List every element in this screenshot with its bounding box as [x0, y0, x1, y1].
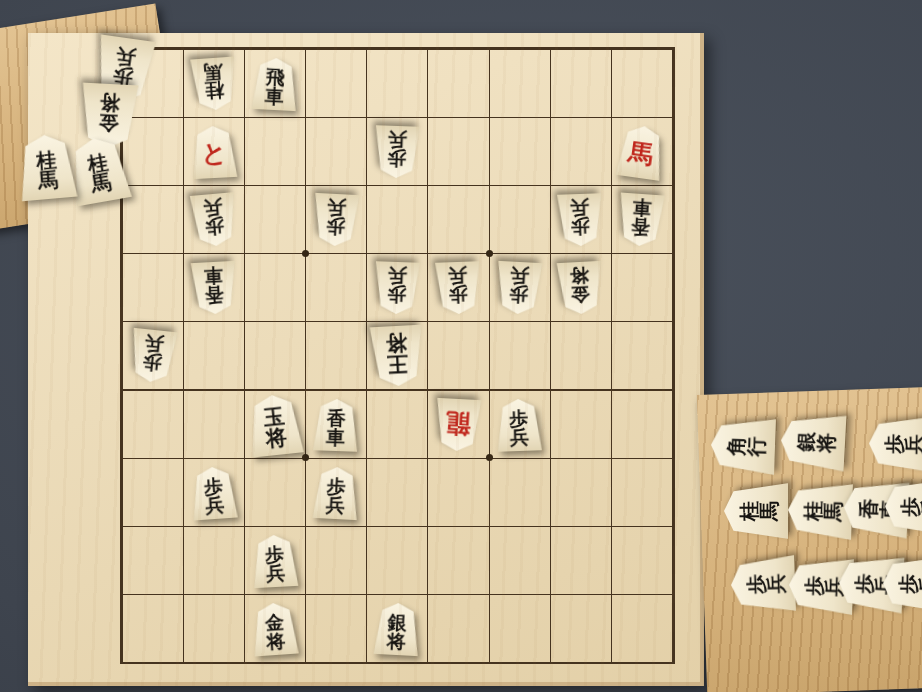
- kanji-glyph: 歩: [448, 286, 468, 306]
- kanji-glyph: 馬: [90, 171, 113, 194]
- piece-knight-captured[interactable]: 桂馬: [15, 133, 78, 202]
- kanji-glyph: 歩: [883, 434, 903, 454]
- kanji-glyph: 将: [265, 631, 285, 651]
- piece-pawn-captured[interactable]: 歩兵: [868, 414, 922, 473]
- kanji-glyph: 将: [570, 266, 590, 286]
- kanji-glyph: 歩: [571, 217, 591, 237]
- pawn-kanji-face: 歩兵: [312, 465, 361, 519]
- piece-bishop-captured[interactable]: 角行: [710, 416, 776, 476]
- shogi-board-grid: 桂馬飛車と歩兵馬歩兵歩兵歩兵香車香車歩兵歩兵歩兵金将歩兵王将龍歩兵玉将香車歩兵歩…: [120, 47, 675, 664]
- piece-pawn-captured[interactable]: 歩兵: [884, 477, 922, 536]
- piece-silver-sente[interactable]: 銀将: [373, 602, 422, 656]
- piece-pawn-sente[interactable]: 歩兵: [495, 398, 543, 452]
- pawn-kanji-face: 歩兵: [250, 534, 299, 588]
- piece-knight-gote[interactable]: 桂馬: [189, 57, 239, 112]
- kanji-glyph: 兵: [326, 198, 346, 218]
- star-point: [302, 454, 309, 461]
- kanji-glyph: 馬: [37, 169, 59, 191]
- promoted-rook-kanji-face: 龍: [434, 397, 483, 451]
- kanji-glyph: 馬: [203, 62, 223, 82]
- kanji-glyph: 歩: [899, 497, 919, 517]
- kanji-glyph: 龍: [445, 408, 471, 436]
- kanji-glyph: 将: [265, 426, 288, 449]
- piece-pawn-gote[interactable]: 歩兵: [373, 262, 421, 316]
- piece-pawn-sente[interactable]: 歩兵: [312, 465, 361, 519]
- pawn-kanji-face: 歩兵: [434, 262, 482, 316]
- piece-pawn-gote[interactable]: 歩兵: [188, 192, 238, 248]
- photo-shogi-scene: { "game": "shogi", "scene_description": …: [0, 0, 922, 692]
- piece-pawn-captured[interactable]: 歩兵: [730, 554, 796, 614]
- kanji-glyph: 車: [632, 198, 652, 218]
- kanji-glyph: 将: [386, 631, 406, 651]
- kanji-glyph: 桂: [204, 81, 224, 101]
- lance-kanji-face: 香車: [189, 261, 238, 315]
- piece-pawn-gote[interactable]: 歩兵: [556, 193, 604, 247]
- piece-pawn-gote[interactable]: 歩兵: [312, 193, 361, 247]
- pawn-kanji-face: 歩兵: [882, 554, 922, 613]
- piece-gold-sente[interactable]: 金将: [250, 601, 300, 656]
- kanji-glyph: 兵: [510, 427, 530, 447]
- kanji-glyph: 歩: [325, 217, 345, 237]
- kanji-glyph: 兵: [510, 266, 530, 286]
- piece-lance-gote[interactable]: 香車: [617, 193, 667, 248]
- piece-silver-captured[interactable]: 銀将: [780, 411, 847, 472]
- kanji-glyph: 兵: [325, 495, 345, 515]
- kanji-glyph: 車: [326, 427, 346, 447]
- king-kanji-face: 王将: [368, 325, 425, 388]
- kanji-glyph: 歩: [141, 353, 162, 374]
- pawn-kanji-face: 歩兵: [868, 414, 922, 473]
- knight-kanji-face: 桂馬: [189, 57, 239, 112]
- pawn-kanji-face: 歩兵: [312, 193, 361, 247]
- kanji-glyph: 兵: [143, 334, 164, 355]
- kanji-glyph: 香: [204, 285, 224, 305]
- piece-lance-gote[interactable]: 香車: [189, 261, 238, 315]
- piece-tokin-sente[interactable]: と: [189, 125, 238, 179]
- piece-king-gote[interactable]: 王将: [368, 325, 425, 388]
- kanji-glyph: 車: [203, 266, 223, 286]
- kanji-glyph: 香: [326, 408, 346, 428]
- kanji-glyph: 将: [99, 93, 120, 114]
- kanji-glyph: 兵: [917, 574, 922, 594]
- kanji-glyph: 将: [385, 332, 407, 354]
- rook-kanji-face: 飛車: [250, 57, 299, 111]
- star-point: [302, 250, 309, 257]
- kanji-glyph: 歩: [387, 149, 407, 169]
- pawn-kanji-face: 歩兵: [884, 477, 922, 536]
- piece-pawn-captured[interactable]: 歩兵: [882, 554, 922, 613]
- kanji-glyph: 兵: [265, 563, 285, 583]
- kanji-glyph: 金: [571, 285, 591, 305]
- kanji-glyph: 兵: [765, 573, 786, 594]
- piece-rook-sente[interactable]: 飛車: [250, 57, 299, 111]
- kanji-glyph: 兵: [114, 46, 137, 69]
- kanji-glyph: 歩: [897, 574, 917, 594]
- pawn-kanji-face: 歩兵: [730, 554, 796, 614]
- kanji-glyph: 兵: [202, 198, 223, 219]
- pawn-kanji-face: 歩兵: [373, 125, 421, 179]
- lance-kanji-face: 香車: [617, 193, 667, 248]
- kanji-glyph: 馬: [759, 501, 779, 521]
- star-point: [486, 454, 493, 461]
- piece-pawn-gote[interactable]: 歩兵: [434, 262, 482, 316]
- piece-pawn-gote[interactable]: 歩兵: [127, 328, 178, 385]
- silver-kanji-face: 銀将: [780, 411, 847, 472]
- piece-pawn-sente[interactable]: 歩兵: [250, 534, 299, 588]
- kanji-glyph: 桂: [739, 501, 759, 521]
- gold-kanji-face: 金将: [556, 261, 605, 315]
- kanji-glyph: 兵: [448, 267, 468, 287]
- piece-lance-sente[interactable]: 香車: [312, 398, 360, 452]
- kanji-glyph: 歩: [509, 408, 529, 428]
- piece-knight-captured[interactable]: 桂馬: [724, 482, 788, 540]
- silver-kanji-face: 銀将: [373, 602, 422, 656]
- pawn-kanji-face: 歩兵: [495, 261, 544, 315]
- piece-gold-gote[interactable]: 金将: [556, 261, 605, 315]
- kanji-glyph: 王: [386, 353, 408, 375]
- kanji-glyph: 歩: [326, 476, 346, 496]
- piece-pawn-gote[interactable]: 歩兵: [495, 261, 544, 315]
- pawn-kanji-face: 歩兵: [556, 193, 604, 247]
- piece-pawn-gote[interactable]: 歩兵: [373, 125, 421, 179]
- kanji-glyph: 将: [815, 432, 836, 453]
- kanji-glyph: 歩: [745, 574, 766, 595]
- bishop-kanji-face: 角行: [710, 416, 776, 476]
- king-kanji-face: 玉将: [245, 392, 305, 457]
- piece-pawn-sente[interactable]: 歩兵: [189, 465, 239, 520]
- kanji-glyph: 車: [264, 86, 284, 106]
- kanji-glyph: 兵: [903, 434, 922, 454]
- promoted-bishop-kanji-face: 馬: [615, 123, 668, 181]
- gold-kanji-face: 金将: [250, 601, 300, 656]
- pawn-kanji-face: 歩兵: [188, 192, 238, 248]
- tokin-kanji-face: と: [189, 125, 238, 179]
- piece-king-sente[interactable]: 玉将: [245, 392, 305, 457]
- kanji-glyph: 兵: [388, 130, 408, 150]
- kanji-glyph: 金: [98, 113, 119, 134]
- kanji-glyph: 馬: [822, 501, 843, 522]
- star-point: [486, 250, 493, 257]
- kanji-glyph: 歩: [387, 286, 407, 306]
- kanji-glyph: 馬: [627, 140, 655, 169]
- knight-kanji-face: 桂馬: [724, 482, 788, 540]
- knight-kanji-face: 桂馬: [15, 133, 78, 202]
- kanji-glyph: 香: [631, 217, 651, 237]
- lance-kanji-face: 香車: [312, 398, 360, 452]
- pawn-kanji-face: 歩兵: [189, 465, 239, 520]
- kanji-glyph: と: [200, 141, 227, 169]
- pawn-kanji-face: 歩兵: [127, 328, 178, 385]
- kanji-glyph: 歩: [509, 285, 529, 305]
- piece-promoted-rook-gote[interactable]: 龍: [434, 397, 483, 451]
- pawn-kanji-face: 歩兵: [495, 398, 543, 452]
- pawn-kanji-face: 歩兵: [373, 262, 421, 316]
- kanji-glyph: 兵: [204, 494, 224, 514]
- kanji-glyph: 兵: [570, 198, 590, 218]
- piece-promoted-bishop-sente[interactable]: 馬: [615, 123, 668, 181]
- kanji-glyph: 行: [745, 436, 766, 457]
- kanji-glyph: 兵: [388, 267, 408, 287]
- kanji-glyph: 歩: [204, 217, 225, 238]
